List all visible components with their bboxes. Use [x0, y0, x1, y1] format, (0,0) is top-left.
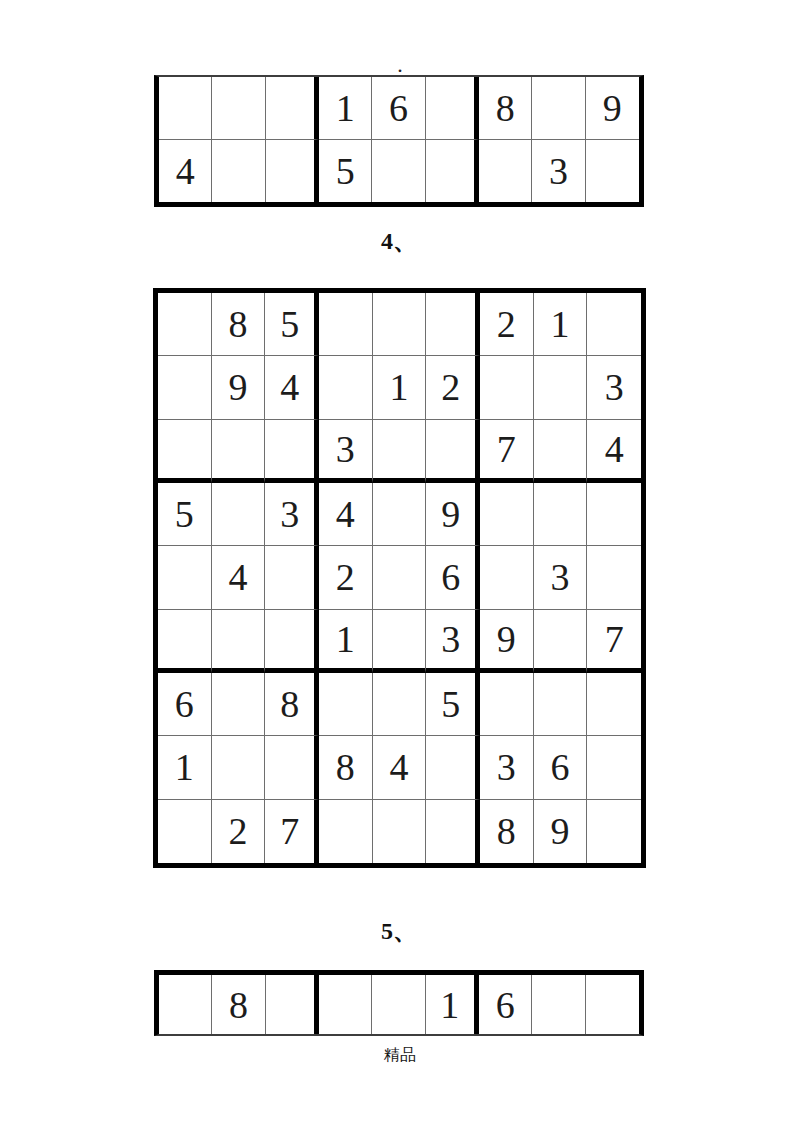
cell-r1c6: 1 [426, 975, 479, 1034]
cell-r8c9 [587, 736, 641, 799]
cell-r7c2 [212, 673, 266, 736]
cell-r2c1 [158, 356, 212, 419]
cell-r8c2 [212, 736, 266, 799]
cell-r2c2: 9 [212, 356, 266, 419]
cell-r3c7: 7 [480, 420, 534, 483]
cell-r8c6 [426, 736, 480, 799]
cell-r5c5 [373, 546, 427, 609]
cell-r9c5 [373, 800, 427, 863]
cell-r1c5 [372, 975, 425, 1034]
cell-r3c9: 4 [587, 420, 641, 483]
cell-r2c8 [534, 356, 588, 419]
cell-r5c2: 4 [212, 546, 266, 609]
cell-r7c9 [587, 673, 641, 736]
puzzle-5-label: 5、 [154, 916, 644, 946]
cell-r9c9 [587, 800, 641, 863]
cell-r1c5: 6 [372, 77, 425, 140]
cell-r2c3 [266, 140, 319, 203]
sudoku-grid-puzzle-4: 852194123374534942631397685184362789 [153, 288, 646, 868]
cell-r7c1: 6 [158, 673, 212, 736]
cell-r9c8: 9 [534, 800, 588, 863]
cell-r8c4: 8 [319, 736, 373, 799]
cell-r2c6 [426, 140, 479, 203]
worksheet-page: . 1689453 4、 852194123374534942631397685… [0, 0, 800, 1132]
cell-r1c9: 9 [586, 77, 639, 140]
cell-r1c3: 5 [265, 293, 319, 356]
cell-r1c1 [158, 293, 212, 356]
cell-r2c5: 1 [373, 356, 427, 419]
cell-r8c5: 4 [373, 736, 427, 799]
cell-r4c9 [587, 483, 641, 546]
cell-r2c2 [212, 140, 265, 203]
cell-r1c4 [319, 293, 373, 356]
cell-r2c6: 2 [426, 356, 480, 419]
cell-r1c1 [159, 975, 212, 1034]
cell-r4c2 [212, 483, 266, 546]
cell-r9c6 [426, 800, 480, 863]
cell-r2c4 [319, 356, 373, 419]
cell-r6c6: 3 [426, 610, 480, 673]
cell-r5c9 [587, 546, 641, 609]
cell-r1c6 [426, 77, 479, 140]
cell-r1c8: 1 [534, 293, 588, 356]
cell-r4c8 [534, 483, 588, 546]
cell-r8c8: 6 [534, 736, 588, 799]
cell-r6c4: 1 [319, 610, 373, 673]
cell-r4c7 [480, 483, 534, 546]
cell-r5c3 [265, 546, 319, 609]
cell-r9c7: 8 [480, 800, 534, 863]
cell-r9c4 [319, 800, 373, 863]
cell-r1c3 [266, 77, 319, 140]
cell-r2c7 [479, 140, 532, 203]
cell-r4c1: 5 [158, 483, 212, 546]
cell-r6c2 [212, 610, 266, 673]
cell-r3c8 [534, 420, 588, 483]
cell-r1c8 [532, 975, 585, 1034]
cell-r4c3: 3 [265, 483, 319, 546]
cell-r6c7: 9 [480, 610, 534, 673]
cell-r4c6: 9 [426, 483, 480, 546]
cell-r2c1: 4 [159, 140, 212, 203]
cell-r2c3: 4 [265, 356, 319, 419]
cell-r2c5 [372, 140, 425, 203]
cell-r5c1 [158, 546, 212, 609]
cell-r6c8 [534, 610, 588, 673]
cell-r3c1 [158, 420, 212, 483]
cell-r3c5 [373, 420, 427, 483]
cell-r1c2 [212, 77, 265, 140]
cell-r6c5 [373, 610, 427, 673]
cell-r2c4: 5 [319, 140, 372, 203]
cell-r7c7 [480, 673, 534, 736]
cell-r8c7: 3 [480, 736, 534, 799]
cell-r9c2: 2 [212, 800, 266, 863]
cell-r1c6 [426, 293, 480, 356]
stray-dot: . [392, 52, 408, 68]
cell-r1c3 [266, 975, 319, 1034]
cell-r5c4: 2 [319, 546, 373, 609]
cell-r1c7: 6 [479, 975, 532, 1034]
cell-r4c4: 4 [319, 483, 373, 546]
cell-r2c7 [480, 356, 534, 419]
cell-r6c3 [265, 610, 319, 673]
cell-r1c7: 2 [480, 293, 534, 356]
cell-r2c9 [586, 140, 639, 203]
cell-r7c8 [534, 673, 588, 736]
cell-r5c6: 6 [426, 546, 480, 609]
cell-r4c5 [373, 483, 427, 546]
sudoku-grid-partial-top: 1689453 [154, 75, 644, 207]
cell-r1c9 [587, 293, 641, 356]
cell-r7c4 [319, 673, 373, 736]
sudoku-grid-partial-bottom: 816 [154, 970, 644, 1036]
cell-r3c3 [265, 420, 319, 483]
cell-r8c3 [265, 736, 319, 799]
cell-r1c4 [319, 975, 372, 1034]
cell-r1c2: 8 [212, 975, 265, 1034]
cell-r2c9: 3 [587, 356, 641, 419]
cell-r8c1: 1 [158, 736, 212, 799]
puzzle-4-label: 4、 [154, 226, 644, 256]
cell-r1c9 [586, 975, 639, 1034]
cell-r1c2: 8 [212, 293, 266, 356]
cell-r7c5 [373, 673, 427, 736]
cell-r5c8: 3 [534, 546, 588, 609]
cell-r1c5 [373, 293, 427, 356]
cell-r9c1 [158, 800, 212, 863]
cell-r2c8: 3 [532, 140, 585, 203]
cell-r3c6 [426, 420, 480, 483]
cell-r3c2 [212, 420, 266, 483]
cell-r6c1 [158, 610, 212, 673]
cell-r3c4: 3 [319, 420, 373, 483]
cell-r5c7 [480, 546, 534, 609]
cell-r9c3: 7 [265, 800, 319, 863]
footer-watermark: 精品 [0, 1044, 800, 1066]
cell-r1c4: 1 [319, 77, 372, 140]
cell-r7c3: 8 [265, 673, 319, 736]
cell-r1c8 [532, 77, 585, 140]
cell-r6c9: 7 [587, 610, 641, 673]
cell-r1c1 [159, 77, 212, 140]
cell-r7c6: 5 [426, 673, 480, 736]
cell-r1c7: 8 [479, 77, 532, 140]
